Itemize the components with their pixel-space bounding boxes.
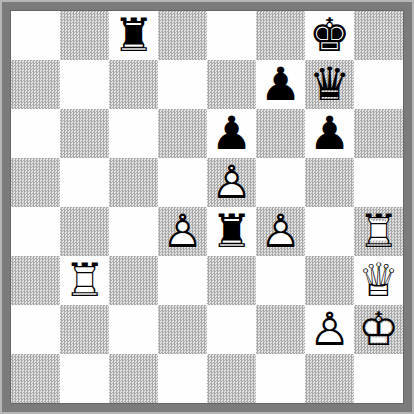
- square-h4[interactable]: ♜♖: [354, 207, 403, 256]
- square-b5[interactable]: [60, 158, 109, 207]
- square-d4[interactable]: ♟♙: [158, 207, 207, 256]
- square-d6[interactable]: [158, 109, 207, 158]
- black-rook-glyph: ♜: [109, 11, 158, 60]
- white-pawn-glyph: ♙: [207, 158, 256, 207]
- square-f5[interactable]: [256, 158, 305, 207]
- square-a7[interactable]: [11, 60, 60, 109]
- square-c3[interactable]: [109, 256, 158, 305]
- black-pawn[interactable]: ♟: [305, 109, 354, 158]
- square-c5[interactable]: [109, 158, 158, 207]
- white-pawn[interactable]: ♟♙: [305, 305, 354, 354]
- square-h6[interactable]: [354, 109, 403, 158]
- white-rook-glyph: ♖: [60, 256, 109, 305]
- square-a6[interactable]: [11, 109, 60, 158]
- square-a5[interactable]: [11, 158, 60, 207]
- square-g1[interactable]: [305, 354, 354, 403]
- square-d7[interactable]: [158, 60, 207, 109]
- square-f4[interactable]: ♟♙: [256, 207, 305, 256]
- square-a1[interactable]: [11, 354, 60, 403]
- square-c1[interactable]: [109, 354, 158, 403]
- square-f2[interactable]: [256, 305, 305, 354]
- square-f6[interactable]: [256, 109, 305, 158]
- white-queen-glyph: ♕: [354, 256, 403, 305]
- square-e7[interactable]: [207, 60, 256, 109]
- black-pawn-glyph: ♟: [207, 109, 256, 158]
- black-queen-glyph: ♛: [305, 60, 354, 109]
- square-b2[interactable]: [60, 305, 109, 354]
- square-b6[interactable]: [60, 109, 109, 158]
- white-rook[interactable]: ♜♖: [354, 207, 403, 256]
- square-f8[interactable]: [256, 11, 305, 60]
- white-pawn[interactable]: ♟♙: [207, 158, 256, 207]
- square-f1[interactable]: [256, 354, 305, 403]
- square-h3[interactable]: ♛♕: [354, 256, 403, 305]
- square-e1[interactable]: [207, 354, 256, 403]
- square-e6[interactable]: ♟: [207, 109, 256, 158]
- board-frame: ♜♚♟♛♟♟♟♙♟♙♜♟♙♜♖♜♖♛♕♟♙♚♔: [0, 0, 414, 414]
- square-g4[interactable]: [305, 207, 354, 256]
- white-king-glyph: ♔: [354, 305, 403, 354]
- square-c6[interactable]: [109, 109, 158, 158]
- black-pawn-glyph: ♟: [305, 109, 354, 158]
- square-g7[interactable]: ♛: [305, 60, 354, 109]
- square-a2[interactable]: [11, 305, 60, 354]
- square-e8[interactable]: [207, 11, 256, 60]
- square-e2[interactable]: [207, 305, 256, 354]
- black-king-glyph: ♚: [305, 11, 354, 60]
- square-c8[interactable]: ♜: [109, 11, 158, 60]
- square-e5[interactable]: ♟♙: [207, 158, 256, 207]
- chess-board: ♜♚♟♛♟♟♟♙♟♙♜♟♙♜♖♜♖♛♕♟♙♚♔: [11, 11, 403, 403]
- white-pawn[interactable]: ♟♙: [256, 207, 305, 256]
- black-rook-glyph: ♜: [207, 207, 256, 256]
- square-a3[interactable]: [11, 256, 60, 305]
- square-f7[interactable]: ♟: [256, 60, 305, 109]
- square-g6[interactable]: ♟: [305, 109, 354, 158]
- square-e4[interactable]: ♜: [207, 207, 256, 256]
- black-king[interactable]: ♚: [305, 11, 354, 60]
- square-d2[interactable]: [158, 305, 207, 354]
- square-d8[interactable]: [158, 11, 207, 60]
- square-c4[interactable]: [109, 207, 158, 256]
- square-h1[interactable]: [354, 354, 403, 403]
- square-g8[interactable]: ♚: [305, 11, 354, 60]
- white-rook-glyph: ♖: [354, 207, 403, 256]
- square-g3[interactable]: [305, 256, 354, 305]
- white-pawn-glyph: ♙: [305, 305, 354, 354]
- square-d3[interactable]: [158, 256, 207, 305]
- square-h2[interactable]: ♚♔: [354, 305, 403, 354]
- square-h5[interactable]: [354, 158, 403, 207]
- square-c7[interactable]: [109, 60, 158, 109]
- square-f3[interactable]: [256, 256, 305, 305]
- black-pawn[interactable]: ♟: [256, 60, 305, 109]
- black-rook[interactable]: ♜: [207, 207, 256, 256]
- square-h7[interactable]: [354, 60, 403, 109]
- square-g2[interactable]: ♟♙: [305, 305, 354, 354]
- square-e3[interactable]: [207, 256, 256, 305]
- square-b1[interactable]: [60, 354, 109, 403]
- white-queen[interactable]: ♛♕: [354, 256, 403, 305]
- square-b7[interactable]: [60, 60, 109, 109]
- square-g5[interactable]: [305, 158, 354, 207]
- black-queen[interactable]: ♛: [305, 60, 354, 109]
- white-pawn-glyph: ♙: [158, 207, 207, 256]
- black-pawn[interactable]: ♟: [207, 109, 256, 158]
- white-pawn[interactable]: ♟♙: [158, 207, 207, 256]
- white-rook[interactable]: ♜♖: [60, 256, 109, 305]
- black-pawn-glyph: ♟: [256, 60, 305, 109]
- square-a8[interactable]: [11, 11, 60, 60]
- square-h8[interactable]: [354, 11, 403, 60]
- square-d1[interactable]: [158, 354, 207, 403]
- square-b4[interactable]: [60, 207, 109, 256]
- square-c2[interactable]: [109, 305, 158, 354]
- white-king[interactable]: ♚♔: [354, 305, 403, 354]
- square-b3[interactable]: ♜♖: [60, 256, 109, 305]
- black-rook[interactable]: ♜: [109, 11, 158, 60]
- square-a4[interactable]: [11, 207, 60, 256]
- square-b8[interactable]: [60, 11, 109, 60]
- square-d5[interactable]: [158, 158, 207, 207]
- white-pawn-glyph: ♙: [256, 207, 305, 256]
